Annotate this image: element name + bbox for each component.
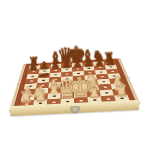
pawn-glyph: ♟ (94, 57, 105, 69)
pawn-glyph: ♟ (61, 59, 72, 71)
peg-hole-icon (100, 71, 103, 72)
pawn-glyph: ♟ (105, 56, 116, 68)
pawn-glyph: ♟ (72, 58, 83, 70)
rook-glyph: ♜ (114, 82, 129, 99)
metal-clasp-icon[interactable] (70, 107, 78, 113)
peg-hole-icon (111, 71, 114, 72)
product-photo: ♜♝♛♚♝♞♜♟♟♟♟♟♟♟♟♞♟♟♞♟♟♟♝♟♟♟♜♞♛♚♝♜ (0, 0, 150, 150)
bishop-glyph: ♝ (84, 79, 104, 101)
pawn-glyph: ♟ (83, 57, 94, 69)
knight-glyph: ♞ (31, 85, 48, 104)
pawn-glyph: ♟ (39, 60, 50, 72)
pawn-glyph: ♟ (50, 59, 61, 71)
peg-hole-icon (52, 102, 55, 104)
pawn-glyph: ♟ (28, 61, 39, 73)
peg-hole-icon (105, 92, 108, 93)
peg-hole-icon (30, 80, 33, 81)
peg-hole-icon (104, 86, 107, 87)
peg-hole-icon (107, 98, 110, 100)
peg-hole-icon (31, 76, 34, 77)
